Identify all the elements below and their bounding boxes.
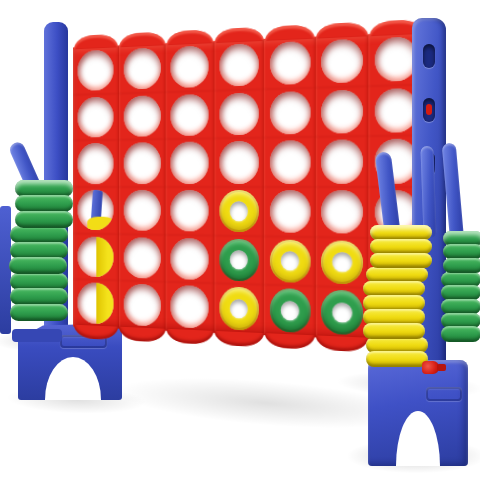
board-cell-r5c4 (214, 235, 264, 285)
yellow-stored-disc (363, 323, 425, 339)
empty-hole (78, 143, 114, 184)
yellow-disc-in-board (321, 240, 363, 285)
empty-hole (124, 190, 161, 231)
foot-left-arch-cutout (45, 357, 101, 400)
scallop-bump (73, 325, 118, 340)
empty-hole (171, 142, 209, 184)
board-cell-r2c3 (166, 90, 214, 139)
foot-right (368, 360, 468, 466)
board-cell-r3c2 (119, 139, 166, 187)
yellow-side-through-hole (96, 283, 113, 325)
green-stored-disc (15, 180, 73, 197)
yellow-disc-in-board (219, 287, 258, 331)
green-stored-disc (441, 326, 480, 341)
board-cell-r5c1 (73, 233, 119, 281)
green-stored-disc (15, 195, 73, 212)
scallop-bump (265, 333, 315, 350)
empty-hole (219, 92, 258, 135)
empty-hole (78, 236, 114, 277)
board-cell-r3c5 (264, 137, 315, 187)
scallop-bump (166, 329, 214, 345)
board-cell-r1c3 (166, 42, 214, 92)
empty-hole (321, 190, 363, 234)
board-cell-r4c4 (214, 187, 264, 236)
board-cell-r1c1 (73, 46, 119, 94)
board-cell-r6c3 (166, 282, 214, 332)
board-cell-r5c2 (119, 234, 166, 282)
red-latch-in-slot (426, 104, 432, 115)
green-disc-in-board (269, 288, 310, 333)
board-cell-r2c1 (73, 93, 119, 141)
empty-hole (269, 91, 310, 135)
post-slot (423, 98, 435, 122)
empty-hole (269, 190, 310, 233)
rack-base-left (12, 329, 62, 342)
scallop-bump (215, 331, 264, 347)
board-cell-r5c5 (264, 236, 315, 287)
empty-hole (171, 45, 209, 88)
green-disc-in-board (321, 290, 363, 335)
board-cell-r1c5 (264, 38, 315, 89)
disc-stack-right-green (441, 232, 480, 342)
post-slot (423, 44, 435, 68)
green-stored-disc (9, 257, 67, 274)
empty-hole (269, 41, 310, 85)
yellow-disc-in-board (219, 190, 258, 233)
green-stored-disc (10, 288, 68, 305)
empty-hole (124, 95, 161, 137)
empty-hole (78, 190, 114, 231)
board-cell-r3c1 (73, 140, 119, 187)
red-latch-knob (422, 361, 439, 374)
board-cell-r4c3 (166, 187, 214, 235)
board-cell-r3c3 (166, 139, 214, 187)
board-cell-r1c2 (119, 44, 166, 93)
embossed-logo-plate-right (426, 387, 462, 402)
empty-hole (124, 237, 161, 279)
green-stored-disc (443, 258, 480, 273)
empty-hole (321, 39, 363, 84)
board-cell-r4c5 (264, 187, 315, 237)
board-cell-r2c6 (316, 86, 369, 137)
board-cell-r6c5 (264, 285, 315, 336)
foot-right-arch-cutout (396, 411, 440, 466)
empty-hole (124, 284, 161, 326)
empty-hole (78, 96, 114, 137)
green-stored-disc (441, 299, 480, 314)
empty-hole (171, 285, 209, 328)
empty-hole (78, 283, 114, 325)
board-cell-r2c2 (119, 92, 166, 140)
yellow-side-through-hole (96, 236, 113, 277)
product-photo-giant-connect-four (0, 0, 480, 480)
empty-hole (219, 141, 258, 184)
empty-hole (219, 43, 258, 87)
empty-hole (321, 140, 363, 184)
empty-hole (124, 48, 161, 90)
board-cell-r4c2 (119, 187, 166, 235)
yellow-stored-disc (370, 253, 432, 269)
board-cell-r3c4 (214, 138, 264, 187)
disc-stack-left-green (10, 181, 68, 321)
board-cell-r2c5 (264, 87, 315, 138)
board-cell-r6c4 (214, 284, 264, 335)
empty-hole (171, 190, 209, 232)
empty-hole (321, 89, 363, 134)
empty-hole (171, 238, 209, 281)
green-stored-disc (10, 226, 68, 243)
board-cell-r6c1 (73, 279, 119, 327)
board-cell-r4c1 (73, 187, 119, 234)
board-cell-r5c6 (316, 237, 369, 288)
scallop-bump (119, 327, 165, 343)
empty-hole (78, 50, 114, 92)
board-cell-r1c4 (214, 40, 264, 91)
empty-hole (124, 143, 161, 184)
green-stored-disc (10, 242, 68, 259)
empty-hole (171, 94, 209, 137)
yellow-stored-disc (366, 351, 428, 367)
green-stored-disc (10, 304, 68, 321)
yellow-disc-in-board (269, 239, 310, 283)
board-cell-r3c6 (316, 136, 369, 187)
board-cell-r6c2 (119, 281, 166, 330)
empty-hole (269, 140, 310, 183)
disc-stack-right-yellow (366, 226, 428, 367)
green-stored-disc (15, 211, 73, 228)
board-cell-r5c3 (166, 235, 214, 284)
scallop-bump (316, 335, 368, 352)
yellow-top-through-hole (88, 217, 114, 231)
green-disc-in-board (219, 239, 258, 282)
board-cell-r1c6 (316, 35, 369, 87)
board-cell-r4c6 (316, 187, 369, 238)
green-stored-disc (10, 273, 68, 290)
board-cell-r2c4 (214, 89, 264, 139)
board-cell-r6c6 (316, 287, 369, 339)
